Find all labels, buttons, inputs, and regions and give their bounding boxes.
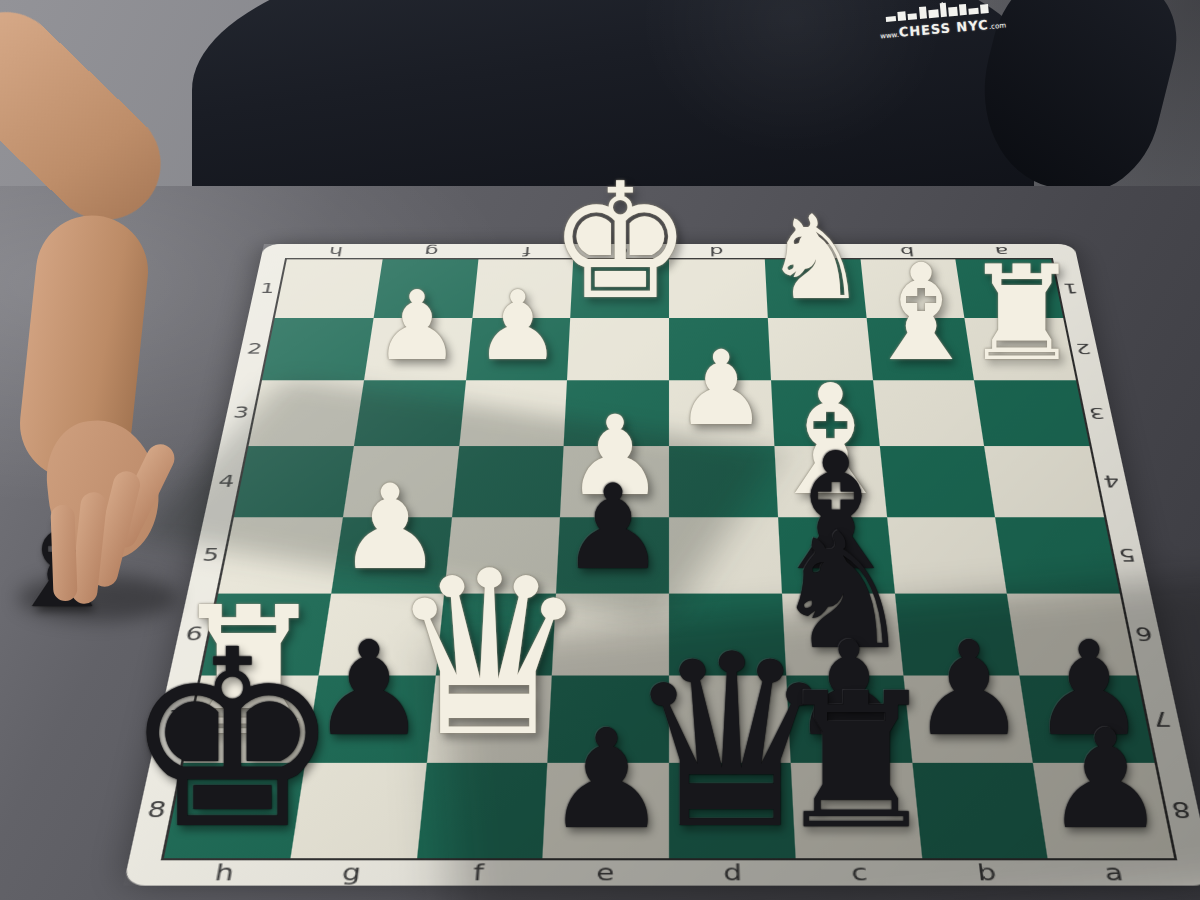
square-h1[interactable] [275, 259, 383, 317]
square-a4[interactable] [984, 446, 1104, 517]
piece-white-knight-c1[interactable]: ♞ [763, 200, 867, 316]
piece-black-rook-c8[interactable]: ♜ [773, 669, 940, 855]
piece-white-rook-a2[interactable]: ♜ [963, 248, 1080, 379]
piece-black-pawn-a8[interactable]: ♟ [1044, 711, 1167, 848]
square-h2[interactable] [262, 318, 373, 380]
coordinate-label-h: h [287, 244, 385, 259]
square-a5[interactable] [995, 517, 1119, 593]
scene: www.CHESS NYC.com hgfedcba hgfedcba 1234… [0, 0, 1200, 900]
piece-white-pawn-g2[interactable]: ♟ [374, 278, 460, 374]
piece-black-king-h8[interactable]: ♚ [122, 618, 342, 863]
piece-white-king-e1[interactable]: ♚ [548, 162, 691, 322]
pinky-finger [50, 505, 77, 602]
piece-white-pawn-f2[interactable]: ♟ [475, 278, 561, 374]
coordinate-label-g: g [382, 244, 479, 259]
piece-white-pawn-d3[interactable]: ♟ [675, 337, 767, 440]
